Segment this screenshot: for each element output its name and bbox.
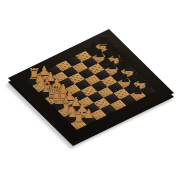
piece-black-pawn-h7: ♟ [133,85,143,96]
chess-set-product-photo: ♜♞♝♛♚♝♞♜♟♟♟♟♟♟♟♟♟♟♟♟♟♟♟♟♜♞♝♛♚♝♞♜ [0,0,180,180]
piece-white-rook-h1: ♜ [72,111,85,126]
piece-black-rook-h8: ♜ [142,79,154,92]
pieces-layer: ♜♞♝♛♚♝♞♜♟♟♟♟♟♟♟♟♟♟♟♟♟♟♟♟♜♞♝♛♚♝♞♜ [0,0,180,180]
